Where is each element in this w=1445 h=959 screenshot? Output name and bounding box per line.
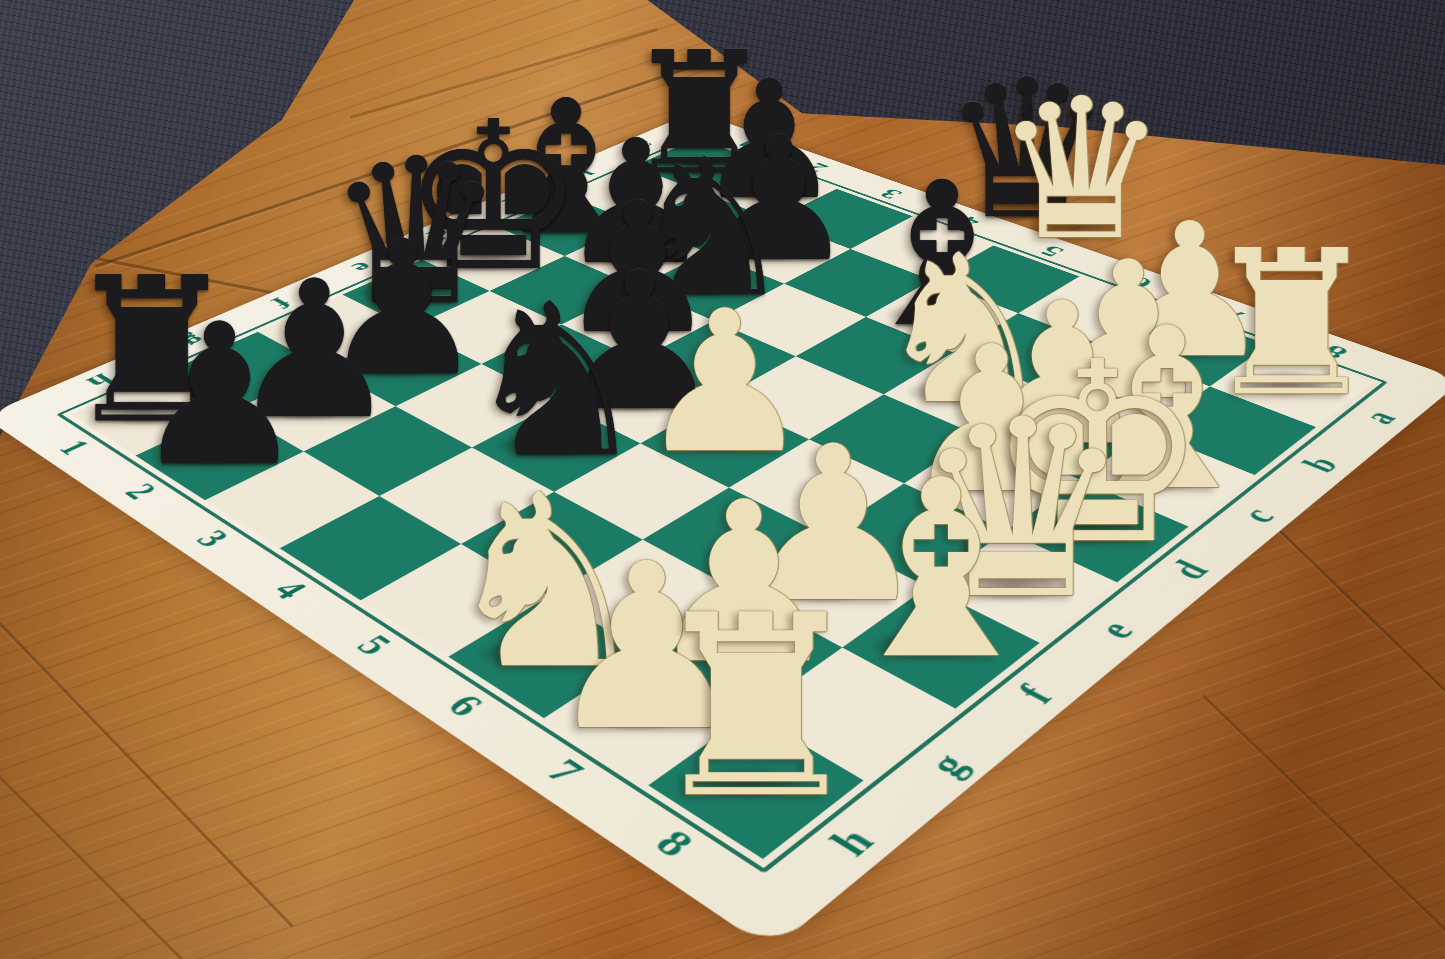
table-plank-seam	[1261, 512, 1445, 695]
coordinate-label-g: g	[919, 747, 976, 783]
coordinate-label-b: b	[1295, 452, 1345, 477]
coordinate-label-5: 5	[349, 629, 400, 660]
table-plank-seam	[0, 616, 294, 927]
coordinate-label-3: 3	[189, 525, 238, 552]
coordinate-label-4: 4	[266, 575, 316, 604]
black-pawn-h2[interactable]: ♟	[132, 297, 307, 492]
table-plank-seam	[0, 772, 184, 959]
photo-scene: 1122334455667788hhggffeeddccbbaa ♜♜♝♝♚♛♞…	[0, 0, 1445, 959]
table-plank-seam	[1202, 694, 1445, 936]
white-rook-h8[interactable]: ♜	[644, 583, 868, 833]
